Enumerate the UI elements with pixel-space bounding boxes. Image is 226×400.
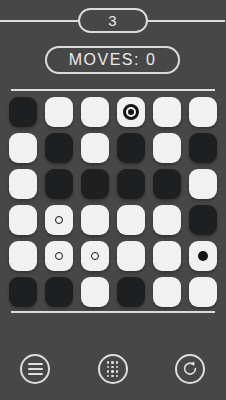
tile-r2c3-white[interactable] bbox=[81, 133, 109, 163]
dots-grid-icon bbox=[107, 361, 119, 377]
tile-r5c5-white[interactable] bbox=[153, 241, 181, 271]
target-center-dot bbox=[128, 109, 134, 115]
tile-r2c2-black[interactable] bbox=[45, 133, 73, 163]
tile-r3c5-black[interactable] bbox=[153, 169, 181, 199]
tile-r4c2-white[interactable] bbox=[45, 205, 73, 235]
tile-r4c3-white[interactable] bbox=[81, 205, 109, 235]
tile-r6c2-black[interactable] bbox=[45, 277, 73, 307]
header-left-rule bbox=[0, 20, 78, 22]
hamburger-icon bbox=[28, 363, 43, 375]
moves-text: MOVES: 0 bbox=[69, 51, 157, 69]
tile-r1c4-white[interactable] bbox=[117, 97, 145, 127]
tile-r5c6-white[interactable] bbox=[189, 241, 217, 271]
tile-r1c2-white[interactable] bbox=[45, 97, 73, 127]
ring-marker-icon bbox=[55, 216, 63, 224]
menu-button[interactable] bbox=[20, 354, 50, 384]
tile-r1c6-white[interactable] bbox=[189, 97, 217, 127]
tile-r5c4-white[interactable] bbox=[117, 241, 145, 271]
level-header: 3 bbox=[0, 8, 225, 33]
tile-r2c1-white[interactable] bbox=[9, 133, 37, 163]
target-marker-icon bbox=[123, 104, 139, 120]
tile-r2c4-black[interactable] bbox=[117, 133, 145, 163]
footer-toolbar bbox=[0, 354, 225, 384]
level-badge: 3 bbox=[78, 8, 148, 33]
tile-r3c6-white[interactable] bbox=[189, 169, 217, 199]
restart-button[interactable] bbox=[175, 354, 205, 384]
tile-r2c5-white[interactable] bbox=[153, 133, 181, 163]
tile-r4c6-black[interactable] bbox=[189, 205, 217, 235]
board-top-divider bbox=[11, 89, 215, 91]
tile-r3c3-black[interactable] bbox=[81, 169, 109, 199]
tile-r3c1-white[interactable] bbox=[9, 169, 37, 199]
levels-button[interactable] bbox=[98, 354, 128, 384]
board bbox=[9, 97, 217, 307]
tile-r2c6-black[interactable] bbox=[189, 133, 217, 163]
tile-r6c4-black[interactable] bbox=[117, 277, 145, 307]
tile-r4c5-white[interactable] bbox=[153, 205, 181, 235]
tile-r6c3-white[interactable] bbox=[81, 277, 109, 307]
tile-r1c5-white[interactable] bbox=[153, 97, 181, 127]
tile-r5c3-white[interactable] bbox=[81, 241, 109, 271]
tile-r4c4-white[interactable] bbox=[117, 205, 145, 235]
ring-marker-icon bbox=[55, 252, 63, 260]
dot-marker-icon bbox=[198, 251, 208, 261]
tile-r6c1-black[interactable] bbox=[9, 277, 37, 307]
tile-r6c5-white[interactable] bbox=[153, 277, 181, 307]
board-bottom-divider bbox=[11, 311, 215, 313]
tile-r1c1-black[interactable] bbox=[9, 97, 37, 127]
tile-r3c4-black[interactable] bbox=[117, 169, 145, 199]
tile-r4c1-white[interactable] bbox=[9, 205, 37, 235]
tile-r5c2-white[interactable] bbox=[45, 241, 73, 271]
tile-r6c6-white[interactable] bbox=[189, 277, 217, 307]
tile-r5c1-white[interactable] bbox=[9, 241, 37, 271]
level-number: 3 bbox=[108, 12, 116, 29]
tile-r1c3-white[interactable] bbox=[81, 97, 109, 127]
restart-ccw-arrow-icon bbox=[180, 359, 200, 379]
ring-marker-icon bbox=[91, 252, 99, 260]
header-right-rule bbox=[148, 20, 226, 22]
tile-r3c2-black[interactable] bbox=[45, 169, 73, 199]
game-screen: 3 MOVES: 0 bbox=[0, 0, 225, 400]
moves-counter: MOVES: 0 bbox=[45, 46, 181, 74]
